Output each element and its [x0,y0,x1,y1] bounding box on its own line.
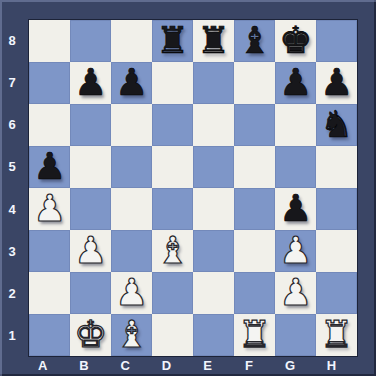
square-f8[interactable]: ♝ [234,20,275,62]
square-g7[interactable]: ♟ [275,62,316,104]
square-b8[interactable] [70,20,111,62]
file-label-e: E [187,357,228,376]
square-h3[interactable] [316,230,357,272]
square-b4[interactable] [70,188,111,230]
square-g3[interactable]: ♟ [275,230,316,272]
square-f7[interactable] [234,62,275,104]
square-e6[interactable] [193,104,234,146]
square-a6[interactable] [29,104,70,146]
square-g5[interactable] [275,146,316,188]
square-h4[interactable] [316,188,357,230]
square-g4[interactable]: ♟ [275,188,316,230]
piece-black-pawn: ♟ [115,64,148,103]
piece-white-pawn: ♟ [33,190,66,229]
rank-labels: 87654321 [0,19,24,357]
rank-label-3: 3 [0,230,24,272]
file-label-b: B [63,357,104,376]
file-label-a: A [22,357,63,376]
square-d1[interactable] [152,314,193,356]
square-a3[interactable] [29,230,70,272]
piece-white-bishop: ♝ [156,232,189,271]
square-h7[interactable]: ♟ [316,62,357,104]
square-h1[interactable]: ♜ [316,314,357,356]
file-labels: ABCDEFGH [28,357,358,376]
square-f5[interactable] [234,146,275,188]
square-h5[interactable] [316,146,357,188]
piece-black-rook: ♜ [197,22,230,61]
chess-board: ♜♜♝♚♟♟♟♟♞♟♟♟♟♝♟♟♟♚♝♜♜ [28,19,358,357]
piece-white-pawn: ♟ [279,232,312,271]
square-c1[interactable]: ♝ [111,314,152,356]
piece-black-pawn: ♟ [279,190,312,229]
square-f2[interactable] [234,272,275,314]
square-a2[interactable] [29,272,70,314]
square-c4[interactable] [111,188,152,230]
square-c2[interactable]: ♟ [111,272,152,314]
piece-white-pawn: ♟ [74,232,107,271]
piece-black-knight: ♞ [320,106,353,145]
square-g6[interactable] [275,104,316,146]
file-label-f: F [228,357,269,376]
piece-black-rook: ♜ [156,22,189,61]
square-d6[interactable] [152,104,193,146]
square-f3[interactable] [234,230,275,272]
square-e5[interactable] [193,146,234,188]
rank-label-8: 8 [0,19,24,61]
file-label-h: H [311,357,352,376]
piece-black-bishop: ♝ [238,22,271,61]
square-g1[interactable] [275,314,316,356]
square-a5[interactable]: ♟ [29,146,70,188]
piece-black-pawn: ♟ [33,148,66,187]
chess-board-frame: 87654321 ♜♜♝♚♟♟♟♟♞♟♟♟♟♝♟♟♟♚♝♜♜ ABCDEFGH [0,0,376,376]
file-label-d: D [146,357,187,376]
square-c5[interactable] [111,146,152,188]
square-f6[interactable] [234,104,275,146]
square-e1[interactable] [193,314,234,356]
square-f4[interactable] [234,188,275,230]
square-h2[interactable] [316,272,357,314]
square-b1[interactable]: ♚ [70,314,111,356]
square-d2[interactable] [152,272,193,314]
rank-label-1: 1 [0,315,24,357]
square-d4[interactable] [152,188,193,230]
square-a8[interactable] [29,20,70,62]
square-b5[interactable] [70,146,111,188]
file-label-c: C [105,357,146,376]
square-d5[interactable] [152,146,193,188]
square-c6[interactable] [111,104,152,146]
square-c7[interactable]: ♟ [111,62,152,104]
rank-label-4: 4 [0,188,24,230]
square-d8[interactable]: ♜ [152,20,193,62]
square-f1[interactable]: ♜ [234,314,275,356]
square-b2[interactable] [70,272,111,314]
piece-black-pawn: ♟ [279,64,312,103]
file-label-g: G [270,357,311,376]
rank-label-7: 7 [0,61,24,103]
square-e7[interactable] [193,62,234,104]
square-d7[interactable] [152,62,193,104]
rank-label-5: 5 [0,146,24,188]
square-a4[interactable]: ♟ [29,188,70,230]
square-d3[interactable]: ♝ [152,230,193,272]
square-g2[interactable]: ♟ [275,272,316,314]
square-e2[interactable] [193,272,234,314]
square-c8[interactable] [111,20,152,62]
piece-white-bishop: ♝ [115,316,148,355]
piece-black-king: ♚ [279,22,312,61]
square-b6[interactable] [70,104,111,146]
square-a1[interactable] [29,314,70,356]
square-e8[interactable]: ♜ [193,20,234,62]
rank-label-2: 2 [0,273,24,315]
piece-white-rook: ♜ [320,316,353,355]
square-b7[interactable]: ♟ [70,62,111,104]
piece-white-pawn: ♟ [115,274,148,313]
square-h6[interactable]: ♞ [316,104,357,146]
piece-white-pawn: ♟ [279,274,312,313]
square-c3[interactable] [111,230,152,272]
piece-black-pawn: ♟ [74,64,107,103]
piece-white-rook: ♜ [238,316,271,355]
rank-label-6: 6 [0,104,24,146]
square-e3[interactable] [193,230,234,272]
square-e4[interactable] [193,188,234,230]
piece-white-king: ♚ [74,316,107,355]
piece-black-pawn: ♟ [320,64,353,103]
square-g8[interactable]: ♚ [275,20,316,62]
square-b3[interactable]: ♟ [70,230,111,272]
square-h8[interactable] [316,20,357,62]
square-a7[interactable] [29,62,70,104]
